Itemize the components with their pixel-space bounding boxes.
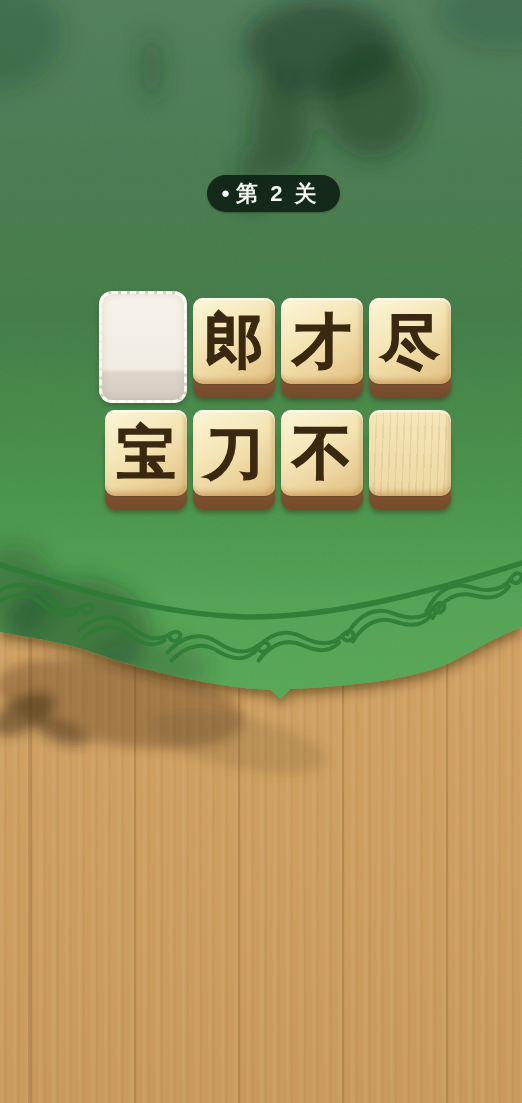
level-dot-icon: ● — [221, 185, 230, 200]
game-screen: ● 第 2 关 郎 才 尽 宝 刀 不 — [0, 0, 522, 1103]
blank-wood-tile-r2c4[interactable] — [369, 410, 451, 510]
level-badge: ● 第 2 关 — [207, 175, 340, 212]
tile-character: 刀 — [193, 410, 275, 496]
level-label: 第 2 关 — [236, 179, 319, 209]
tile-character: 尽 — [369, 298, 451, 384]
tile-r2c2[interactable]: 刀 — [193, 410, 275, 510]
tile-r2c1[interactable]: 宝 — [105, 410, 187, 510]
tile-r1c2[interactable]: 郎 — [193, 298, 275, 398]
empty-slot-tile-r1c1[interactable] — [99, 291, 187, 403]
tile-character: 宝 — [105, 410, 187, 496]
tile-r2c3[interactable]: 不 — [281, 410, 363, 510]
tile-character: 不 — [281, 410, 363, 496]
tile-r1c3[interactable]: 才 — [281, 298, 363, 398]
tile-r1c4[interactable]: 尽 — [369, 298, 451, 398]
tile-face — [369, 410, 451, 496]
tile-character: 郎 — [193, 298, 275, 384]
tile-character: 才 — [281, 298, 363, 384]
